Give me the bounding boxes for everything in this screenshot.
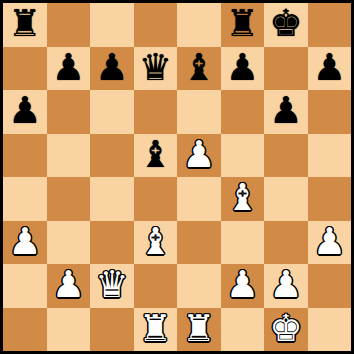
square-g6[interactable]: ♟ [264, 90, 308, 134]
square-d1[interactable]: ♜ [134, 308, 178, 352]
piece-white-pawn: ♟ [269, 266, 302, 303]
square-g2[interactable]: ♟ [264, 264, 308, 308]
square-g3[interactable] [264, 221, 308, 265]
piece-white-pawn: ♟ [226, 266, 259, 303]
square-b8[interactable] [47, 3, 91, 47]
square-a3[interactable]: ♟ [3, 221, 47, 265]
square-d2[interactable] [134, 264, 178, 308]
square-g8[interactable]: ♚ [264, 3, 308, 47]
square-g5[interactable] [264, 134, 308, 178]
piece-white-bishop: ♝ [226, 179, 259, 216]
square-e6[interactable] [177, 90, 221, 134]
square-f3[interactable] [221, 221, 265, 265]
square-e7[interactable]: ♝ [177, 47, 221, 91]
chess-board: ♜♜♚♟♟♛♝♟♟♟♟♝♟♝♟♝♟♟♛♟♟♜♜♚ [3, 3, 351, 351]
piece-white-pawn: ♟ [8, 223, 41, 260]
piece-white-rook: ♜ [139, 310, 172, 347]
piece-black-bishop: ♝ [182, 49, 215, 86]
chess-board-frame: ♜♜♚♟♟♛♝♟♟♟♟♝♟♝♟♝♟♟♛♟♟♜♜♚ [0, 0, 354, 354]
square-f4[interactable]: ♝ [221, 177, 265, 221]
piece-black-bishop: ♝ [139, 136, 172, 173]
square-e4[interactable] [177, 177, 221, 221]
square-c5[interactable] [90, 134, 134, 178]
square-d7[interactable]: ♛ [134, 47, 178, 91]
square-a4[interactable] [3, 177, 47, 221]
square-e1[interactable]: ♜ [177, 308, 221, 352]
square-b6[interactable] [47, 90, 91, 134]
square-f7[interactable]: ♟ [221, 47, 265, 91]
square-c1[interactable] [90, 308, 134, 352]
square-b3[interactable] [47, 221, 91, 265]
square-b1[interactable] [47, 308, 91, 352]
square-a2[interactable] [3, 264, 47, 308]
square-a1[interactable] [3, 308, 47, 352]
square-c6[interactable] [90, 90, 134, 134]
square-c2[interactable]: ♛ [90, 264, 134, 308]
square-e3[interactable] [177, 221, 221, 265]
piece-black-pawn: ♟ [52, 49, 85, 86]
square-g4[interactable] [264, 177, 308, 221]
square-g7[interactable] [264, 47, 308, 91]
square-d5[interactable]: ♝ [134, 134, 178, 178]
piece-white-queen: ♛ [95, 266, 128, 303]
piece-black-pawn: ♟ [269, 92, 302, 129]
piece-black-rook: ♜ [8, 5, 41, 42]
square-h7[interactable]: ♟ [308, 47, 352, 91]
square-h2[interactable] [308, 264, 352, 308]
square-a6[interactable]: ♟ [3, 90, 47, 134]
square-h1[interactable] [308, 308, 352, 352]
piece-black-queen: ♛ [139, 49, 172, 86]
square-a8[interactable]: ♜ [3, 3, 47, 47]
square-b2[interactable]: ♟ [47, 264, 91, 308]
square-h4[interactable] [308, 177, 352, 221]
square-e8[interactable] [177, 3, 221, 47]
piece-black-king: ♚ [269, 5, 302, 42]
square-e2[interactable] [177, 264, 221, 308]
piece-black-pawn: ♟ [313, 49, 346, 86]
square-a5[interactable] [3, 134, 47, 178]
square-d3[interactable]: ♝ [134, 221, 178, 265]
piece-white-bishop: ♝ [139, 223, 172, 260]
square-f2[interactable]: ♟ [221, 264, 265, 308]
square-c3[interactable] [90, 221, 134, 265]
piece-black-pawn: ♟ [8, 92, 41, 129]
square-b4[interactable] [47, 177, 91, 221]
square-d4[interactable] [134, 177, 178, 221]
piece-white-king: ♚ [269, 310, 302, 347]
piece-white-pawn: ♟ [52, 266, 85, 303]
square-c4[interactable] [90, 177, 134, 221]
square-g1[interactable]: ♚ [264, 308, 308, 352]
square-h8[interactable] [308, 3, 352, 47]
square-f6[interactable] [221, 90, 265, 134]
square-e5[interactable]: ♟ [177, 134, 221, 178]
piece-white-rook: ♜ [182, 310, 215, 347]
square-h6[interactable] [308, 90, 352, 134]
piece-white-pawn: ♟ [313, 223, 346, 260]
square-h3[interactable]: ♟ [308, 221, 352, 265]
square-d6[interactable] [134, 90, 178, 134]
square-b7[interactable]: ♟ [47, 47, 91, 91]
square-b5[interactable] [47, 134, 91, 178]
piece-black-pawn: ♟ [226, 49, 259, 86]
square-a7[interactable] [3, 47, 47, 91]
square-c7[interactable]: ♟ [90, 47, 134, 91]
square-f5[interactable] [221, 134, 265, 178]
square-c8[interactable] [90, 3, 134, 47]
square-f1[interactable] [221, 308, 265, 352]
piece-black-rook: ♜ [226, 5, 259, 42]
square-h5[interactable] [308, 134, 352, 178]
square-f8[interactable]: ♜ [221, 3, 265, 47]
piece-black-pawn: ♟ [95, 49, 128, 86]
square-d8[interactable] [134, 3, 178, 47]
piece-white-pawn: ♟ [182, 136, 215, 173]
